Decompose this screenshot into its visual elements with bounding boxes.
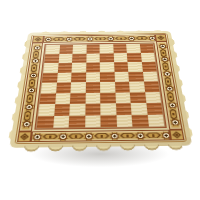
lozenge-icon [94,133,110,139]
square-g6[interactable] [127,62,142,72]
square-e2[interactable] [100,103,116,115]
square-f5[interactable] [114,72,129,82]
rosette-icon [169,119,180,127]
lozenge-icon [166,92,175,103]
square-b3[interactable] [55,93,71,104]
lozenge-icon [164,76,173,86]
square-a4[interactable] [41,83,57,94]
square-b2[interactable] [54,104,70,116]
square-e1[interactable] [100,115,116,127]
square-a2[interactable] [38,104,55,116]
square-g7[interactable] [127,53,142,62]
square-a7[interactable] [44,54,59,63]
board-grid [37,44,165,128]
square-b5[interactable] [57,72,72,82]
square-c5[interactable] [71,72,86,82]
square-a6[interactable] [43,63,58,73]
square-h6[interactable] [141,62,156,72]
square-f4[interactable] [114,82,129,93]
square-e3[interactable] [100,92,115,103]
square-d6[interactable] [86,62,100,72]
square-c7[interactable] [72,53,86,62]
square-h3[interactable] [145,92,161,103]
square-f8[interactable] [113,44,127,53]
square-h7[interactable] [140,53,155,62]
lozenge-icon [28,78,36,88]
lozenge-icon [25,93,34,104]
square-e8[interactable] [100,44,114,53]
square-f1[interactable] [116,115,132,127]
square-e4[interactable] [100,82,115,93]
square-b8[interactable] [59,45,73,54]
rosette-icon [84,132,94,140]
square-g3[interactable] [130,92,146,103]
square-a3[interactable] [39,93,55,104]
square-h1[interactable] [147,114,164,126]
photo-background [0,0,200,200]
square-e6[interactable] [100,62,114,72]
rosette-icon [58,132,69,140]
square-f7[interactable] [113,53,127,62]
corner-diamond-icon [32,36,44,43]
square-h8[interactable] [139,44,154,53]
square-a8[interactable] [45,45,59,54]
square-d3[interactable] [85,92,100,103]
lozenge-icon [115,36,128,40]
rosette-icon [107,36,115,41]
lozenge-icon [68,133,84,139]
square-c2[interactable] [69,104,85,116]
square-a1[interactable] [37,116,54,128]
square-g1[interactable] [132,114,149,126]
lozenge-icon [42,133,58,139]
square-f6[interactable] [114,62,129,72]
lozenge-icon [94,36,107,40]
lozenge-icon [30,63,38,72]
lozenge-icon [52,37,65,41]
square-c1[interactable] [69,115,85,127]
square-b4[interactable] [56,82,71,93]
corner-diamond-icon [155,34,167,41]
square-h4[interactable] [143,81,159,92]
square-f2[interactable] [115,103,131,115]
border-strip-bottom [31,130,171,142]
square-d5[interactable] [86,72,100,82]
lozenge-icon [32,50,40,59]
square-d8[interactable] [86,44,100,53]
lozenge-icon [169,108,178,119]
square-b7[interactable] [58,54,72,63]
lozenge-icon [120,132,136,138]
square-c6[interactable] [72,63,86,73]
square-c8[interactable] [73,45,87,54]
square-b1[interactable] [53,115,70,127]
square-g4[interactable] [129,81,145,92]
square-h5[interactable] [142,71,158,81]
square-g8[interactable] [126,44,140,53]
lozenge-icon [23,110,32,121]
square-b6[interactable] [57,63,72,73]
lozenge-icon [145,132,161,138]
square-d2[interactable] [85,103,101,115]
lozenge-icon [161,62,169,71]
square-d4[interactable] [85,82,100,93]
square-c3[interactable] [70,93,85,104]
square-e7[interactable] [100,53,114,62]
square-d7[interactable] [86,53,100,62]
lozenge-icon [135,36,148,40]
rosette-icon [109,132,119,140]
square-c4[interactable] [70,82,85,93]
square-f3[interactable] [115,92,131,103]
chess-board [4,29,198,152]
corner-diamond-icon [17,131,32,142]
square-g2[interactable] [131,103,147,115]
corner-diamond-icon [169,130,184,141]
border-strip-top [43,34,156,42]
square-h2[interactable] [146,103,163,115]
square-e5[interactable] [100,72,115,82]
square-g5[interactable] [128,71,143,81]
square-a5[interactable] [42,72,57,82]
rosette-icon [86,36,94,41]
lozenge-icon [73,37,86,41]
lozenge-icon [159,48,167,57]
square-d1[interactable] [85,115,101,127]
